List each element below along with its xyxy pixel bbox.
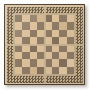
square-e2[interactable] — [45, 59, 52, 66]
square-f8[interactable] — [52, 15, 59, 22]
square-a8[interactable] — [15, 15, 22, 22]
square-g8[interactable] — [59, 15, 66, 22]
square-f4[interactable] — [52, 45, 59, 52]
square-f2[interactable] — [52, 59, 59, 66]
square-c3[interactable] — [30, 52, 37, 59]
square-g7[interactable] — [59, 22, 66, 29]
square-a4[interactable] — [15, 45, 22, 52]
square-h8[interactable] — [67, 15, 74, 22]
square-a7[interactable] — [15, 22, 22, 29]
square-a3[interactable] — [15, 52, 22, 59]
square-g2[interactable] — [59, 59, 66, 66]
square-h2[interactable] — [67, 59, 74, 66]
square-e1[interactable] — [45, 67, 52, 74]
square-h1[interactable] — [67, 67, 74, 74]
chessboard — [4, 4, 85, 85]
square-a2[interactable] — [15, 59, 22, 66]
square-f6[interactable] — [52, 30, 59, 37]
square-c4[interactable] — [30, 45, 37, 52]
square-g1[interactable] — [59, 67, 66, 74]
square-b1[interactable] — [22, 67, 29, 74]
square-b7[interactable] — [22, 22, 29, 29]
square-b8[interactable] — [22, 15, 29, 22]
square-e7[interactable] — [45, 22, 52, 29]
square-c6[interactable] — [30, 30, 37, 37]
square-g4[interactable] — [59, 45, 66, 52]
square-h3[interactable] — [67, 52, 74, 59]
square-g6[interactable] — [59, 30, 66, 37]
square-e6[interactable] — [45, 30, 52, 37]
square-b2[interactable] — [22, 59, 29, 66]
square-h6[interactable] — [67, 30, 74, 37]
square-b6[interactable] — [22, 30, 29, 37]
square-f7[interactable] — [52, 22, 59, 29]
square-b3[interactable] — [22, 52, 29, 59]
square-f1[interactable] — [52, 67, 59, 74]
board-seam-horizontal — [5, 44, 84, 46]
square-h4[interactable] — [67, 45, 74, 52]
square-c7[interactable] — [30, 22, 37, 29]
square-c1[interactable] — [30, 67, 37, 74]
square-a1[interactable] — [15, 67, 22, 74]
square-b4[interactable] — [22, 45, 29, 52]
square-h7[interactable] — [67, 22, 74, 29]
square-c2[interactable] — [30, 59, 37, 66]
square-a6[interactable] — [15, 30, 22, 37]
square-e4[interactable] — [45, 45, 52, 52]
square-e8[interactable] — [45, 15, 52, 22]
square-g3[interactable] — [59, 52, 66, 59]
square-c8[interactable] — [30, 15, 37, 22]
square-e3[interactable] — [45, 52, 52, 59]
square-f3[interactable] — [52, 52, 59, 59]
